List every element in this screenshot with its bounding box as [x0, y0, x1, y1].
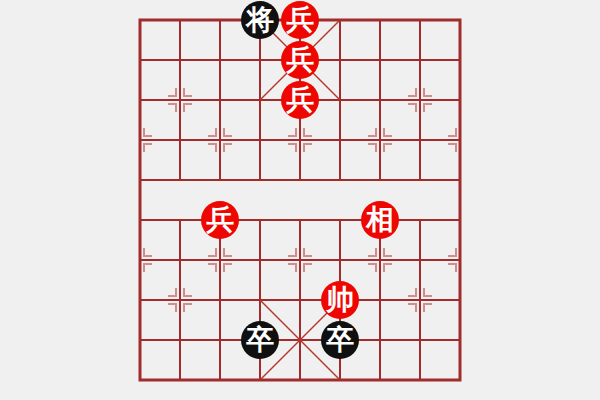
piece-glyph: 兵	[286, 46, 314, 74]
piece-glyph: 卒	[326, 326, 354, 354]
piece-glyph: 卒	[246, 326, 274, 354]
piece-black-soldier[interactable]: 卒	[241, 321, 279, 359]
piece-red-elephant[interactable]: 相	[361, 201, 399, 239]
piece-black-soldier[interactable]: 卒	[321, 321, 359, 359]
pieces-layer: 将兵兵兵兵相帅卒卒	[120, 0, 480, 400]
xiangqi-board: 将兵兵兵兵相帅卒卒	[0, 0, 600, 400]
piece-red-soldier[interactable]: 兵	[281, 81, 319, 119]
piece-red-general[interactable]: 帅	[321, 281, 359, 319]
piece-glyph: 兵	[286, 6, 314, 34]
piece-red-soldier[interactable]: 兵	[281, 1, 319, 39]
piece-glyph: 将	[246, 6, 274, 34]
piece-black-general[interactable]: 将	[241, 1, 279, 39]
piece-red-soldier[interactable]: 兵	[201, 201, 239, 239]
piece-red-soldier[interactable]: 兵	[281, 41, 319, 79]
piece-glyph: 相	[366, 206, 394, 234]
piece-glyph: 帅	[326, 286, 354, 314]
piece-glyph: 兵	[206, 206, 234, 234]
piece-glyph: 兵	[286, 86, 314, 114]
